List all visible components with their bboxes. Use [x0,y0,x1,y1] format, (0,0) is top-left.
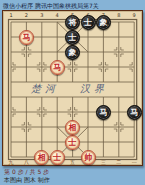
piece-black-general[interactable]: 将 [65,15,80,30]
file-label-bottom: 三 [98,159,108,165]
piece-black-advisor[interactable]: 士 [81,15,96,30]
piece-red-horse[interactable]: 马 [50,60,65,75]
piece-red-advisor[interactable]: 士 [65,135,80,150]
piece-red-horse[interactable]: 马 [19,30,34,45]
window-title: 微信小程序 腾讯中国象棋残局第7关 [3,2,144,9]
file-label-bottom: 八 [21,159,31,165]
piece-red-elephant[interactable]: 相 [65,120,80,135]
file-label-top: 3 [37,12,47,18]
piece-black-elephant[interactable]: 象 [96,15,111,30]
piece-black-horse[interactable]: 马 [127,105,142,120]
piece-red-general[interactable]: 帅 [81,150,96,165]
app-window: 微信小程序 腾讯中国象棋残局第7关 123456789 九八七六五四三二一 楚河… [0,0,145,185]
file-label-bottom: 九 [6,159,16,165]
river-text-left: 楚河 [31,83,59,95]
file-label-top: 1 [6,12,16,18]
piece-black-horse[interactable]: 马 [96,105,111,120]
xiangqi-board[interactable]: 123456789 九八七六五四三二一 楚河 汉界 将士象士马象马马马相士相士帅 [2,10,143,166]
piece-black-elephant[interactable]: 象 [65,45,80,60]
file-label-top: 4 [52,12,62,18]
file-label-bottom: 五 [68,159,78,165]
file-label-top: 9 [129,12,139,18]
piece-red-elephant[interactable]: 相 [34,150,49,165]
credit-line: 本图由 图木 制作 [4,176,50,183]
file-label-bottom: 二 [114,159,124,165]
file-label-top: 2 [21,12,31,18]
file-label-top: 8 [114,12,124,18]
piece-black-advisor[interactable]: 士 [65,30,80,45]
file-label-bottom: 一 [129,159,139,165]
piece-red-advisor[interactable]: 士 [50,150,65,165]
move-counter: 第 0 步 / 共 5 步 [4,168,49,175]
river-text-right: 汉界 [80,83,108,95]
